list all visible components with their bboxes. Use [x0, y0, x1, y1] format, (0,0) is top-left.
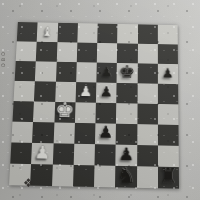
square-d6[interactable]	[76, 62, 97, 82]
square-d5[interactable]: ♟	[75, 82, 96, 103]
square-h4[interactable]	[158, 104, 179, 125]
board-photo: OBO ♝♟♚♟♟♟♚♟♟♟♞♜ ❖	[0, 0, 200, 200]
square-h1[interactable]: ♜	[158, 167, 179, 189]
board-edge-brand-text: OBO	[0, 50, 6, 67]
square-c1[interactable]	[52, 165, 74, 187]
black-pawn-e6[interactable]: ♟	[101, 66, 113, 79]
square-a5[interactable]	[14, 81, 35, 102]
square-h8[interactable]	[158, 25, 178, 45]
square-f1[interactable]: ♞	[115, 166, 136, 188]
square-g3[interactable]	[137, 124, 158, 145]
compass-rose-icon: ❖	[23, 176, 34, 190]
square-f8[interactable]	[117, 24, 137, 44]
square-d3[interactable]	[74, 123, 95, 144]
square-d1[interactable]	[73, 165, 95, 187]
square-f4[interactable]	[116, 103, 137, 124]
square-d7[interactable]	[77, 43, 98, 63]
square-f3[interactable]	[116, 124, 137, 145]
black-pawn-h6[interactable]: ♟	[162, 67, 174, 80]
square-d2[interactable]	[73, 144, 95, 166]
square-b4[interactable]	[33, 101, 55, 122]
square-c6[interactable]	[56, 62, 77, 82]
square-e2[interactable]	[94, 144, 115, 166]
square-b7[interactable]	[36, 42, 57, 62]
square-b3[interactable]	[32, 122, 54, 143]
square-g1[interactable]	[137, 166, 158, 188]
square-h5[interactable]	[158, 84, 179, 105]
white-king-c4[interactable]: ♚	[55, 100, 75, 121]
black-pawn-e3[interactable]: ♟	[98, 125, 113, 142]
square-b8[interactable]: ♝	[37, 22, 58, 42]
square-h3[interactable]	[158, 125, 179, 146]
square-h6[interactable]: ♟	[158, 64, 178, 84]
square-e8[interactable]	[97, 24, 117, 44]
square-c4[interactable]: ♚	[54, 102, 75, 123]
chess-board: ♝♟♚♟♟♟♚♟♟♟♞♜	[9, 22, 179, 189]
square-h7[interactable]	[158, 44, 178, 64]
black-pawn-f2[interactable]: ♟	[118, 145, 134, 163]
square-b5[interactable]	[34, 81, 55, 102]
square-c8[interactable]	[57, 23, 78, 43]
square-b6[interactable]	[35, 61, 56, 81]
square-a3[interactable]	[11, 122, 33, 143]
square-e3[interactable]: ♟	[95, 123, 116, 144]
square-e6[interactable]: ♟	[96, 63, 117, 83]
square-d4[interactable]	[75, 102, 96, 123]
square-e1[interactable]	[94, 165, 116, 187]
square-a8[interactable]	[17, 22, 38, 42]
square-a6[interactable]	[15, 61, 36, 81]
square-c2[interactable]	[52, 143, 74, 165]
black-rook-h1[interactable]: ♜	[159, 166, 178, 187]
square-a7[interactable]	[16, 41, 37, 61]
white-bishop-b8[interactable]: ♝	[41, 25, 54, 38]
square-e5[interactable]: ♟	[96, 82, 117, 103]
square-g4[interactable]	[137, 104, 158, 125]
black-knight-f1[interactable]: ♞	[116, 165, 135, 186]
square-f5[interactable]	[116, 83, 137, 104]
square-b2[interactable]: ♟	[31, 143, 53, 165]
black-king-f6[interactable]: ♚	[119, 63, 136, 81]
square-g5[interactable]	[137, 83, 158, 104]
board-outline: ♝♟♚♟♟♟♚♟♟♟♞♜	[9, 22, 179, 189]
square-d8[interactable]	[77, 23, 98, 43]
square-c7[interactable]	[56, 42, 77, 62]
square-a4[interactable]	[12, 101, 34, 122]
square-f6[interactable]: ♚	[117, 63, 138, 83]
square-g8[interactable]	[137, 24, 157, 44]
white-pawn-d5[interactable]: ♟	[79, 85, 93, 99]
square-c3[interactable]	[53, 122, 75, 143]
square-e7[interactable]	[97, 43, 118, 63]
square-e4[interactable]	[95, 103, 116, 124]
square-g2[interactable]	[137, 145, 158, 167]
square-g7[interactable]	[137, 44, 157, 64]
square-a2[interactable]	[10, 142, 32, 164]
square-f7[interactable]	[117, 43, 137, 63]
white-pawn-b2[interactable]: ♟	[34, 144, 51, 162]
black-pawn-e5[interactable]: ♟	[100, 85, 113, 99]
square-g6[interactable]	[137, 63, 157, 83]
